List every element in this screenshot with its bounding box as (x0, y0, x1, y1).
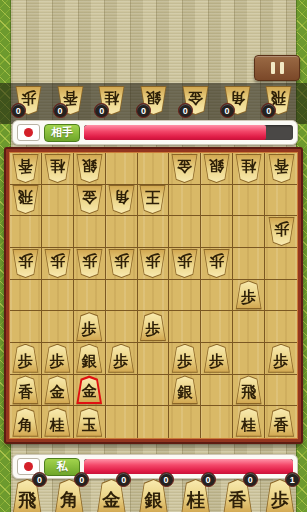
shogi-piece[interactable]: 歩 (171, 344, 198, 373)
captured-count-badge: 0 (220, 103, 235, 118)
board-cell[interactable] (265, 185, 297, 217)
shogi-piece[interactable]: 玉 (76, 408, 103, 437)
captured-count-badge: 0 (243, 472, 258, 487)
captured-piece-slot[interactable]: 金0 (96, 479, 126, 512)
pause-icon (280, 62, 284, 74)
board-cell[interactable] (201, 406, 233, 438)
captured-count-badge: 0 (136, 103, 151, 118)
board-cell[interactable]: 角 (10, 406, 42, 438)
my-time-fill (84, 459, 293, 474)
shogi-piece[interactable]: 金 (76, 375, 103, 404)
board-cell[interactable]: 桂 (233, 406, 265, 438)
captured-count-badge: 0 (201, 472, 216, 487)
shogi-piece[interactable]: 金 (171, 154, 198, 183)
board-cell[interactable] (42, 280, 74, 312)
board-cell[interactable] (265, 311, 297, 343)
captured-piece-slot[interactable]: 桂0 (98, 86, 125, 115)
board-cell[interactable]: 歩 (138, 248, 170, 280)
board-cell[interactable]: 歩 (42, 343, 74, 375)
board-cell[interactable]: 金 (74, 375, 106, 407)
board-cell[interactable]: 銀 (74, 343, 106, 375)
board-cell[interactable]: 香 (265, 153, 297, 185)
shogi-piece[interactable]: 桂 (235, 154, 262, 183)
opponent-info-bar: 相手 (12, 120, 298, 145)
shogi-piece[interactable]: 飛 (12, 185, 39, 214)
board-cell[interactable] (201, 185, 233, 217)
captured-piece-slot[interactable]: 香0 (223, 479, 253, 512)
board-cell[interactable]: 歩 (42, 248, 74, 280)
shogi-piece[interactable]: 歩 (203, 249, 230, 278)
shogi-piece[interactable]: 歩 (139, 312, 166, 341)
shogi-piece[interactable]: 香 (268, 408, 295, 437)
captured-piece-slot[interactable]: 歩0 (15, 86, 42, 115)
shogi-piece[interactable]: 香 (268, 154, 295, 183)
shogi-piece[interactable]: 香 (12, 375, 39, 404)
board-cell[interactable] (201, 216, 233, 248)
captured-count-badge: 0 (74, 472, 89, 487)
captured-count-badge: 0 (32, 472, 47, 487)
board-cell[interactable]: 歩 (74, 311, 106, 343)
board-cell[interactable] (201, 375, 233, 407)
board-cell[interactable]: 歩 (201, 343, 233, 375)
board-cell[interactable] (42, 216, 74, 248)
board-cell[interactable] (106, 406, 138, 438)
board-cell[interactable]: 歩 (106, 343, 138, 375)
board-cell[interactable] (138, 406, 170, 438)
shogi-board: 香桂銀金銀桂香飛金角王歩歩歩歩歩歩歩歩歩歩歩歩歩銀歩歩歩歩香金金銀飛角桂玉桂香 (4, 147, 303, 444)
shogi-piece[interactable]: 歩 (203, 344, 230, 373)
board-cell[interactable] (10, 311, 42, 343)
shogi-piece[interactable]: 金 (44, 375, 71, 404)
pause-icon (271, 62, 275, 74)
board-cell[interactable]: 歩 (233, 280, 265, 312)
board-cell[interactable]: 香 (10, 153, 42, 185)
shogi-piece[interactable]: 歩 (12, 344, 39, 373)
board-cell[interactable]: 歩 (169, 343, 201, 375)
board-cell[interactable]: 歩 (265, 343, 297, 375)
board-cell[interactable] (42, 311, 74, 343)
captured-piece-slot[interactable]: 角0 (54, 479, 84, 512)
shogi-piece[interactable]: 桂 (235, 408, 262, 437)
flag-sun-circle (24, 128, 33, 137)
captured-piece-slot[interactable]: 飛0 (12, 479, 42, 512)
shogi-piece[interactable]: 飛 (235, 375, 262, 404)
board-cell[interactable] (169, 185, 201, 217)
opponent-time-fill (84, 125, 266, 140)
board-cell[interactable] (233, 185, 265, 217)
board-cell[interactable] (138, 343, 170, 375)
board-cell[interactable] (169, 311, 201, 343)
shogi-piece[interactable]: 歩 (171, 249, 198, 278)
shogi-piece[interactable]: 銀 (76, 154, 103, 183)
board-cell[interactable] (106, 216, 138, 248)
shogi-piece[interactable]: 歩 (268, 217, 295, 246)
captured-piece-slot[interactable]: 香0 (57, 86, 84, 115)
board-cell[interactable]: 銀 (74, 153, 106, 185)
shogi-piece[interactable]: 歩 (235, 280, 262, 309)
board-grid: 香桂銀金銀桂香飛金角王歩歩歩歩歩歩歩歩歩歩歩歩歩銀歩歩歩歩香金金銀飛角桂玉桂香 (9, 152, 298, 439)
board-cell[interactable] (138, 280, 170, 312)
captured-count-badge: 0 (94, 103, 109, 118)
shogi-piece[interactable]: 銀 (203, 154, 230, 183)
board-cell[interactable] (169, 406, 201, 438)
captured-count-badge: 0 (178, 103, 193, 118)
board-cell[interactable]: 桂 (42, 153, 74, 185)
board-cell[interactable] (233, 216, 265, 248)
board-cell[interactable]: 歩 (106, 248, 138, 280)
board-cell[interactable]: 金 (169, 153, 201, 185)
board-cell[interactable] (233, 343, 265, 375)
board-cell[interactable]: 香 (265, 406, 297, 438)
board-cell[interactable] (201, 311, 233, 343)
board-cell[interactable]: 歩 (265, 216, 297, 248)
board-cell[interactable] (10, 280, 42, 312)
japan-flag-icon (17, 124, 40, 141)
board-cell[interactable]: 飛 (233, 375, 265, 407)
captured-count-badge: 0 (261, 103, 276, 118)
my-name-label: 私 (44, 458, 80, 476)
shogi-app-screen: 歩0香0桂0銀0金0角0飛0 相手 香桂銀金銀桂香飛金角王歩歩歩歩歩歩歩歩歩歩歩… (0, 0, 307, 512)
board-cell[interactable]: 香 (10, 375, 42, 407)
captured-count-badge: 1 (285, 472, 300, 487)
captured-piece-slot[interactable]: 銀0 (140, 86, 167, 115)
captured-count-badge: 0 (53, 103, 68, 118)
board-cell[interactable]: 歩 (201, 248, 233, 280)
board-cell[interactable] (169, 280, 201, 312)
captured-piece-slot[interactable]: 金0 (182, 86, 209, 115)
shogi-piece[interactable]: 歩 (12, 249, 39, 278)
board-cell[interactable]: 王 (138, 185, 170, 217)
captured-count-badge: 0 (159, 472, 174, 487)
captured-count-badge: 0 (11, 103, 26, 118)
opponent-time-track (84, 125, 293, 140)
board-cell[interactable] (138, 153, 170, 185)
board-cell[interactable]: 歩 (169, 248, 201, 280)
shogi-piece[interactable]: 歩 (108, 344, 135, 373)
board-cell[interactable]: 桂 (233, 153, 265, 185)
board-cell[interactable] (138, 216, 170, 248)
shogi-piece[interactable]: 歩 (76, 312, 103, 341)
board-cell[interactable]: 桂 (42, 406, 74, 438)
board-cell[interactable] (201, 280, 233, 312)
my-hand: 飛0角0金0銀0桂0香0歩1 (0, 479, 307, 512)
shogi-piece[interactable]: 桂 (44, 408, 71, 437)
captured-piece-slot[interactable]: 銀0 (139, 479, 169, 512)
opponent-hand: 歩0香0桂0銀0金0角0飛0 (0, 83, 307, 124)
board-cell[interactable] (265, 248, 297, 280)
board-cell[interactable]: 歩 (74, 248, 106, 280)
board-cell[interactable]: 銀 (201, 153, 233, 185)
board-cell[interactable]: 歩 (10, 248, 42, 280)
captured-piece-slot[interactable]: 桂0 (181, 479, 211, 512)
board-cell[interactable] (10, 216, 42, 248)
shogi-piece[interactable]: 銀 (171, 375, 198, 404)
board-cell[interactable] (74, 280, 106, 312)
board-cell[interactable]: 角 (106, 185, 138, 217)
board-cell[interactable]: 玉 (74, 406, 106, 438)
board-cell[interactable] (106, 153, 138, 185)
board-cell[interactable] (106, 375, 138, 407)
board-cell[interactable] (233, 248, 265, 280)
captured-piece-slot[interactable]: 角0 (224, 86, 251, 115)
board-cell[interactable]: 銀 (169, 375, 201, 407)
shogi-piece[interactable]: 歩 (44, 344, 71, 373)
captured-piece-slot[interactable]: 歩1 (265, 479, 295, 512)
my-time-track (84, 459, 293, 474)
shogi-piece[interactable]: 桂 (44, 154, 71, 183)
captured-count-badge: 0 (116, 472, 131, 487)
board-cell[interactable] (106, 311, 138, 343)
shogi-piece[interactable]: 角 (12, 408, 39, 437)
pause-button[interactable] (254, 55, 300, 81)
board-cell[interactable] (169, 216, 201, 248)
shogi-piece[interactable]: 歩 (76, 249, 103, 278)
shogi-piece[interactable]: 香 (12, 154, 39, 183)
board-cell[interactable]: 歩 (10, 343, 42, 375)
shogi-piece[interactable]: 銀 (76, 344, 103, 373)
shogi-piece[interactable]: 歩 (108, 249, 135, 278)
board-cell[interactable] (42, 185, 74, 217)
board-cell[interactable]: 金 (42, 375, 74, 407)
board-cell[interactable]: 歩 (138, 311, 170, 343)
board-cell[interactable]: 飛 (10, 185, 42, 217)
captured-piece-slot[interactable]: 飛0 (265, 86, 292, 115)
board-cell[interactable] (74, 216, 106, 248)
board-cell[interactable] (106, 280, 138, 312)
shogi-piece[interactable]: 歩 (268, 344, 295, 373)
opponent-name-label: 相手 (44, 124, 80, 142)
shogi-piece[interactable]: 角 (108, 185, 135, 214)
flag-sun-circle (24, 462, 33, 471)
shogi-piece[interactable]: 金 (76, 185, 103, 214)
board-cell[interactable] (265, 375, 297, 407)
shogi-piece[interactable]: 王 (139, 185, 166, 214)
shogi-piece[interactable]: 歩 (139, 249, 166, 278)
board-cell[interactable] (138, 375, 170, 407)
shogi-piece[interactable]: 歩 (44, 249, 71, 278)
board-cell[interactable]: 金 (74, 185, 106, 217)
board-cell[interactable] (265, 280, 297, 312)
board-cell[interactable] (233, 311, 265, 343)
